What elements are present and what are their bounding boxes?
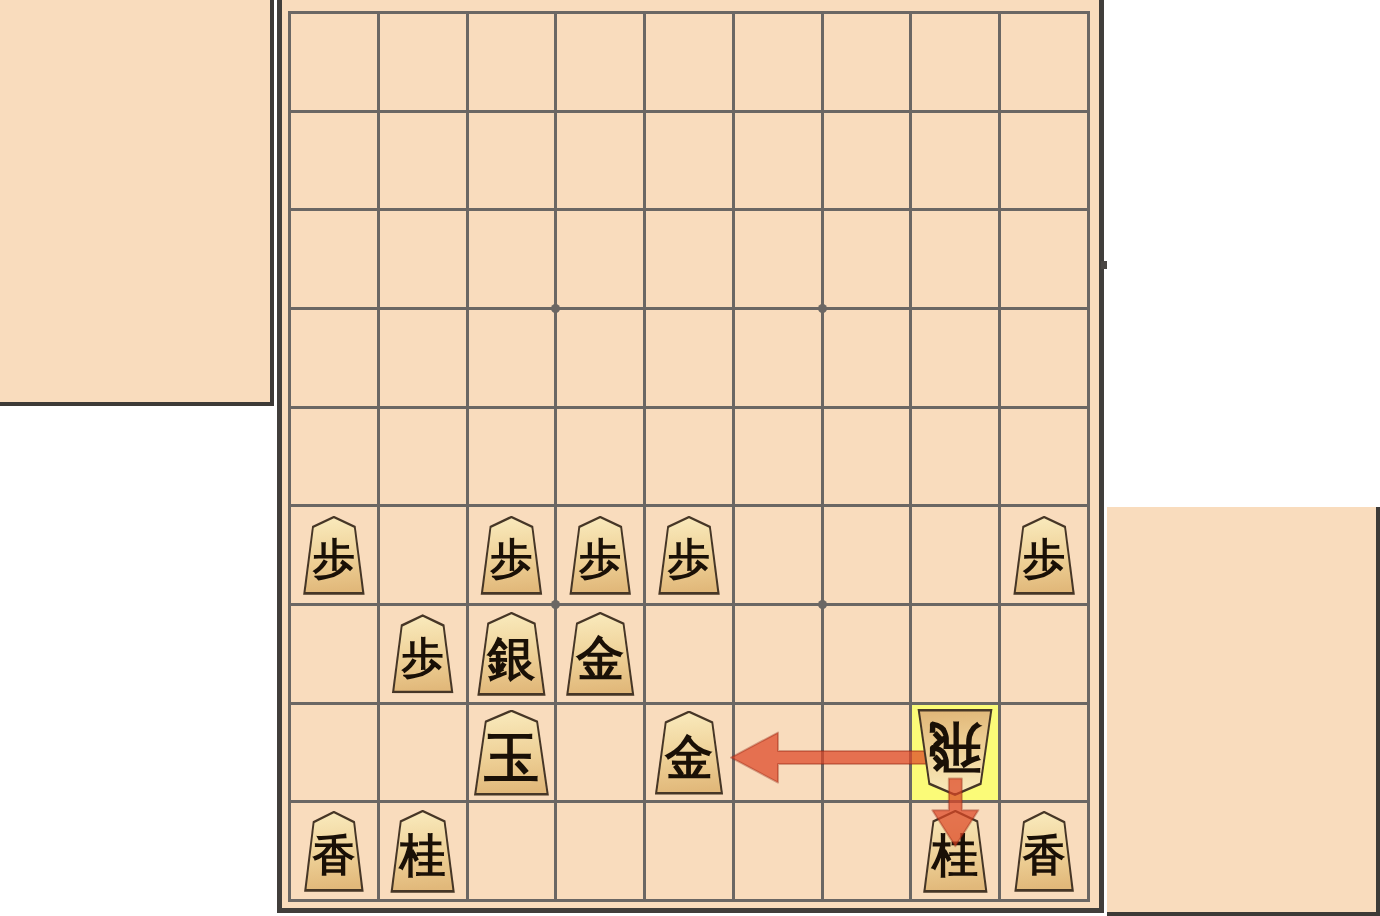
square-7e[interactable]	[469, 409, 555, 505]
square-8a[interactable]	[380, 14, 466, 110]
square-6d[interactable]	[557, 310, 643, 406]
square-3f[interactable]	[824, 507, 910, 603]
piece-kanji: 桂	[932, 832, 978, 878]
square-3h[interactable]	[824, 705, 910, 801]
square-3b[interactable]	[824, 113, 910, 209]
square-4b[interactable]	[735, 113, 821, 209]
square-4h[interactable]	[735, 705, 821, 801]
square-9b[interactable]	[291, 113, 377, 209]
square-9h[interactable]	[291, 705, 377, 801]
square-4e[interactable]	[735, 409, 821, 505]
square-1d[interactable]	[1001, 310, 1087, 406]
square-1e[interactable]	[1001, 409, 1087, 505]
square-8c[interactable]	[380, 211, 466, 307]
piece-kanji: 金	[665, 733, 713, 781]
piece-kanji: 歩	[668, 538, 710, 580]
gote-piece-stand	[0, 0, 274, 406]
square-8e[interactable]	[380, 409, 466, 505]
square-9e[interactable]	[291, 409, 377, 505]
square-6c[interactable]	[557, 211, 643, 307]
square-6h[interactable]	[557, 705, 643, 801]
square-4g[interactable]	[735, 606, 821, 702]
piece-kanji: 桂	[400, 832, 446, 878]
square-4a[interactable]	[735, 14, 821, 110]
board-border-notch	[1101, 261, 1107, 269]
square-9d[interactable]	[291, 310, 377, 406]
piece-kanji: 歩	[402, 637, 444, 679]
piece-kanji: 玉	[484, 729, 539, 784]
square-7a[interactable]	[469, 14, 555, 110]
square-1g[interactable]	[1001, 606, 1087, 702]
square-3i[interactable]	[824, 803, 910, 899]
piece-kanji: 飛	[928, 721, 982, 775]
square-7i[interactable]	[469, 803, 555, 899]
square-4i[interactable]	[735, 803, 821, 899]
square-5d[interactable]	[646, 310, 732, 406]
star-point	[818, 304, 827, 313]
square-2c[interactable]	[912, 211, 998, 307]
piece-kanji: 歩	[1023, 538, 1065, 580]
piece-kanji: 歩	[313, 538, 355, 580]
square-5e[interactable]	[646, 409, 732, 505]
square-2f[interactable]	[912, 507, 998, 603]
piece-kanji: 金	[576, 634, 624, 682]
square-3g[interactable]	[824, 606, 910, 702]
piece-kanji: 銀	[487, 634, 535, 682]
square-8f[interactable]	[380, 507, 466, 603]
square-5a[interactable]	[646, 14, 732, 110]
square-5i[interactable]	[646, 803, 732, 899]
square-1a[interactable]	[1001, 14, 1087, 110]
square-7c[interactable]	[469, 211, 555, 307]
square-4f[interactable]	[735, 507, 821, 603]
board-play-area: 歩歩歩歩歩歩銀金玉金飛香桂桂香	[288, 11, 1090, 902]
piece-kanji: 歩	[579, 538, 621, 580]
square-7b[interactable]	[469, 113, 555, 209]
square-3e[interactable]	[824, 409, 910, 505]
square-5g[interactable]	[646, 606, 732, 702]
shogi-app-window: 歩歩歩歩歩歩銀金玉金飛香桂桂香	[0, 0, 1380, 916]
sente-piece-stand	[1107, 507, 1380, 916]
square-2e[interactable]	[912, 409, 998, 505]
square-3a[interactable]	[824, 14, 910, 110]
square-6i[interactable]	[557, 803, 643, 899]
square-3c[interactable]	[824, 211, 910, 307]
square-9a[interactable]	[291, 14, 377, 110]
square-7d[interactable]	[469, 310, 555, 406]
square-5b[interactable]	[646, 113, 732, 209]
square-2d[interactable]	[912, 310, 998, 406]
square-1h[interactable]	[1001, 705, 1087, 801]
square-9c[interactable]	[291, 211, 377, 307]
piece-kanji: 香	[312, 834, 355, 877]
piece-kanji: 香	[1023, 834, 1066, 877]
square-2b[interactable]	[912, 113, 998, 209]
star-point	[818, 600, 827, 609]
square-4c[interactable]	[735, 211, 821, 307]
square-2a[interactable]	[912, 14, 998, 110]
square-1b[interactable]	[1001, 113, 1087, 209]
piece-kanji: 歩	[490, 538, 532, 580]
square-6a[interactable]	[557, 14, 643, 110]
square-6b[interactable]	[557, 113, 643, 209]
square-8b[interactable]	[380, 113, 466, 209]
square-1c[interactable]	[1001, 211, 1087, 307]
square-6e[interactable]	[557, 409, 643, 505]
square-4d[interactable]	[735, 310, 821, 406]
square-9g[interactable]	[291, 606, 377, 702]
square-2g[interactable]	[912, 606, 998, 702]
square-8d[interactable]	[380, 310, 466, 406]
square-5c[interactable]	[646, 211, 732, 307]
shogi-board: 歩歩歩歩歩歩銀金玉金飛香桂桂香	[277, 0, 1104, 913]
square-3d[interactable]	[824, 310, 910, 406]
square-8h[interactable]	[380, 705, 466, 801]
